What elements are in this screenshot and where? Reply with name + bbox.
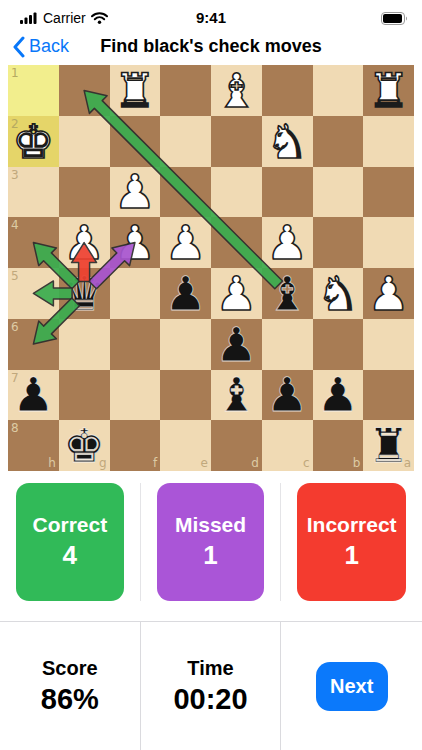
rank-label-8: 8 (11, 421, 19, 435)
square-e4[interactable]: ♟ (160, 217, 211, 268)
incorrect-label: Incorrect (307, 513, 397, 537)
square-c3[interactable] (262, 167, 313, 218)
square-a2[interactable] (363, 116, 414, 167)
square-e3[interactable] (160, 167, 211, 218)
square-c2[interactable]: ♞ (262, 116, 313, 167)
piece-white-pawn[interactable]: ♟ (110, 217, 161, 268)
square-d2[interactable] (211, 116, 262, 167)
square-c1[interactable] (262, 65, 313, 116)
square-e1[interactable] (160, 65, 211, 116)
square-d1[interactable]: ♝ (211, 65, 262, 116)
square-g5[interactable]: ♛ (59, 268, 110, 319)
chevron-left-icon (12, 36, 25, 58)
status-bar: Carrier 9:41 (0, 0, 422, 30)
square-a4[interactable] (363, 217, 414, 268)
piece-white-rook[interactable]: ♜ (110, 65, 161, 116)
piece-white-pawn[interactable]: ♟ (59, 217, 110, 268)
square-h2[interactable]: 2♚ (8, 116, 59, 167)
square-g3[interactable] (59, 167, 110, 218)
square-g7[interactable] (59, 370, 110, 421)
file-label-b: b (353, 456, 361, 470)
incorrect-card: Incorrect 1 (297, 483, 406, 601)
file-label-e: e (201, 456, 208, 470)
square-b5[interactable]: ♞ (313, 268, 364, 319)
piece-black-pawn[interactable]: ♟ (160, 268, 211, 319)
piece-white-pawn[interactable]: ♟ (211, 268, 262, 319)
clock-time: 9:41 (0, 9, 422, 26)
square-e8[interactable]: e (160, 420, 211, 471)
correct-count: 4 (63, 540, 77, 571)
square-f8[interactable]: f (110, 420, 161, 471)
piece-white-bishop[interactable]: ♝ (211, 65, 262, 116)
square-b7[interactable]: ♟ (313, 370, 364, 421)
stats-cards: Correct 4 Missed 1 Incorrect 1 (0, 483, 422, 601)
square-d7[interactable]: ♝ (211, 370, 262, 421)
square-h5[interactable]: 5 (8, 268, 59, 319)
file-label-d: d (251, 456, 259, 470)
square-f1[interactable]: ♜ (110, 65, 161, 116)
piece-black-king[interactable]: ♚ (59, 420, 110, 471)
score-value: 86% (41, 683, 99, 716)
missed-label: Missed (175, 513, 246, 537)
square-h6[interactable]: 6 (8, 319, 59, 370)
square-h1[interactable]: 1 (8, 65, 59, 116)
correct-card: Correct 4 (16, 483, 124, 601)
piece-white-pawn[interactable]: ♟ (160, 217, 211, 268)
square-a5[interactable]: ♟ (363, 268, 414, 319)
square-e2[interactable] (160, 116, 211, 167)
square-g2[interactable] (59, 116, 110, 167)
square-a1[interactable]: ♜ (363, 65, 414, 116)
file-label-f: f (153, 456, 157, 470)
square-f2[interactable] (110, 116, 161, 167)
square-c4[interactable]: ♟ (262, 217, 313, 268)
piece-white-king[interactable]: ♚ (8, 116, 59, 167)
incorrect-count: 1 (344, 540, 358, 571)
piece-black-bishop[interactable]: ♝ (262, 268, 313, 319)
square-a3[interactable] (363, 167, 414, 218)
square-d3[interactable] (211, 167, 262, 218)
square-g6[interactable] (59, 319, 110, 370)
square-b1[interactable] (313, 65, 364, 116)
square-a7[interactable] (363, 370, 414, 421)
square-c7[interactable]: ♟ (262, 370, 313, 421)
piece-white-knight[interactable]: ♞ (313, 268, 364, 319)
piece-white-pawn[interactable]: ♟ (110, 167, 161, 218)
time-label: Time (187, 657, 233, 680)
piece-black-rook[interactable]: ♜ (363, 420, 414, 471)
square-c5[interactable]: ♝ (262, 268, 313, 319)
rank-label-4: 4 (11, 218, 19, 232)
square-b8[interactable]: b (313, 420, 364, 471)
piece-black-pawn[interactable]: ♟ (8, 370, 59, 421)
square-b2[interactable] (313, 116, 364, 167)
piece-white-knight[interactable]: ♞ (262, 116, 313, 167)
missed-count: 1 (203, 540, 217, 571)
square-g8[interactable]: g♚ (59, 420, 110, 471)
correct-label: Correct (32, 513, 107, 537)
square-a8[interactable]: a♜ (363, 420, 414, 471)
square-c6[interactable] (262, 319, 313, 370)
piece-white-pawn[interactable]: ♟ (363, 268, 414, 319)
piece-black-pawn[interactable]: ♟ (313, 370, 364, 421)
square-a6[interactable] (363, 319, 414, 370)
square-g1[interactable] (59, 65, 110, 116)
square-f7[interactable] (110, 370, 161, 421)
screen: Carrier 9:41 Find black's check moves Ba… (0, 0, 422, 750)
square-e7[interactable] (160, 370, 211, 421)
back-button-label: Back (29, 36, 69, 57)
piece-black-queen[interactable]: ♛ (59, 268, 110, 319)
rank-label-3: 3 (11, 168, 19, 182)
square-b6[interactable] (313, 319, 364, 370)
square-h8[interactable]: 8h (8, 420, 59, 471)
piece-black-bishop[interactable]: ♝ (211, 370, 262, 421)
square-h3[interactable]: 3 (8, 167, 59, 218)
rank-label-6: 6 (11, 320, 19, 334)
square-b3[interactable] (313, 167, 364, 218)
footer-bar: Score 86% Time 00:20 Next (0, 621, 422, 750)
square-g4[interactable]: ♟ (59, 217, 110, 268)
chess-board: 1♜♝♜2♚♞3♟4♟♟♟♟5♛♟♟♝♞♟6♟7♟♝♟♟8hg♚fedcba♜ (8, 65, 414, 471)
square-d8[interactable]: d (211, 420, 262, 471)
piece-white-pawn[interactable]: ♟ (262, 217, 313, 268)
square-e5[interactable]: ♟ (160, 268, 211, 319)
nav-bar: Find black's check moves Back (0, 30, 422, 63)
square-b4[interactable] (313, 217, 364, 268)
board-squares: 1♜♝♜2♚♞3♟4♟♟♟♟5♛♟♟♝♞♟6♟7♟♝♟♟8hg♚fedcba♜ (8, 65, 414, 471)
time-value: 00:20 (173, 683, 247, 716)
square-f3[interactable]: ♟ (110, 167, 161, 218)
square-e6[interactable] (160, 319, 211, 370)
file-label-h: h (48, 456, 56, 470)
square-h7[interactable]: 7♟ (8, 370, 59, 421)
piece-white-rook[interactable]: ♜ (363, 65, 414, 116)
missed-card: Missed 1 (157, 483, 265, 601)
square-c8[interactable]: c (262, 420, 313, 471)
piece-black-pawn[interactable]: ♟ (211, 319, 262, 370)
square-d5[interactable]: ♟ (211, 268, 262, 319)
rank-label-1: 1 (11, 66, 19, 80)
next-button[interactable]: Next (316, 662, 388, 711)
square-d6[interactable]: ♟ (211, 319, 262, 370)
piece-black-pawn[interactable]: ♟ (262, 370, 313, 421)
back-button[interactable]: Back (12, 36, 69, 58)
square-d4[interactable] (211, 217, 262, 268)
rank-label-5: 5 (11, 269, 19, 283)
file-label-c: c (303, 456, 310, 470)
square-h4[interactable]: 4 (8, 217, 59, 268)
square-f4[interactable]: ♟ (110, 217, 161, 268)
square-f6[interactable] (110, 319, 161, 370)
square-f5[interactable] (110, 268, 161, 319)
score-label: Score (42, 657, 98, 680)
